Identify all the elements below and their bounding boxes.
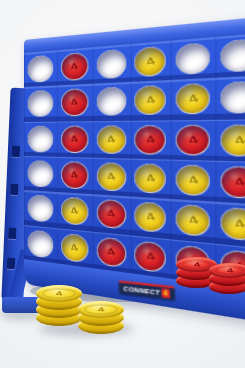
cell-r5c4: 4 [130,197,171,239]
yellow-disc: 4 [221,207,245,242]
yellow-disc: 4 [176,83,210,115]
cell-r1c5 [171,37,215,80]
cell-r2c3 [92,82,130,121]
red-disc: 4 [96,199,125,230]
cell-r3c5: 4 [171,119,215,160]
cell-r3c6: 4 [216,119,245,162]
cell-r1c1 [24,50,57,87]
tray-yellow: 44 [36,282,130,334]
empty-hole [28,229,54,258]
empty-hole [96,49,125,79]
cell-r3c3: 4 [92,120,130,158]
empty-hole [221,38,245,72]
cell-r1c3 [92,44,130,84]
cell-r4c4: 4 [130,159,171,200]
cell-r1c6 [216,33,245,78]
cell-r4c5: 4 [171,160,215,202]
yellow-chip: 4 [78,301,124,318]
red-disc: 4 [61,125,88,153]
yellow-disc: 4 [135,46,167,78]
cell-r2c5: 4 [171,78,215,120]
cell-r5c5: 4 [171,199,215,243]
cell-r4c6: 4 [216,161,245,205]
rail-notch-icon [12,146,20,157]
rail-notch-icon [8,228,16,239]
yellow-disc: 4 [176,204,210,237]
yellow-disc: 4 [96,125,125,154]
cell-r6c2: 4 [57,228,92,268]
empty-hole [176,42,210,75]
cell-r2c6 [216,76,245,120]
chip-stack-yellow-1: 4 [36,278,84,326]
cell-r4c2: 4 [57,157,92,195]
red-disc: 4 [61,89,88,117]
empty-hole [221,81,245,114]
empty-hole [28,126,54,153]
chip-stack-yellow-2: 4 [78,286,126,334]
yellow-disc: 4 [176,165,210,197]
red-disc: 4 [61,161,88,190]
yellow-disc: 4 [221,124,245,156]
red-disc: 4 [96,236,125,268]
yellow-disc: 4 [61,233,88,264]
cell-r4c1 [24,156,57,192]
yellow-disc: 4 [135,202,167,234]
red-disc: 4 [221,166,245,200]
yellow-disc: 4 [135,163,167,194]
empty-hole [28,195,54,223]
yellow-disc: 4 [61,197,88,227]
cell-r6c4: 4 [130,235,171,279]
red-disc: 4 [176,124,210,155]
cell-r3c2: 4 [57,121,92,158]
cell-r5c2: 4 [57,192,92,231]
red-disc: 4 [61,52,88,81]
cell-r2c4: 4 [130,80,171,120]
red-disc: 4 [135,125,167,155]
cell-r2c2: 4 [57,84,92,121]
tray-red: 44 [176,246,245,294]
cell-r6c1 [24,225,57,264]
red-chip: 4 [209,263,245,278]
yellow-chip: 4 [36,285,82,302]
empty-hole [28,160,54,188]
cell-r3c1 [24,121,57,157]
cell-r5c3: 4 [92,194,130,235]
chip-stack-red-2: 4 [209,246,245,294]
empty-hole [28,55,54,83]
empty-hole [96,87,125,116]
cell-r1c4: 4 [130,41,171,83]
logo-number: 4 [161,289,170,299]
yellow-disc: 4 [135,85,167,115]
cell-r6c3: 4 [92,231,130,273]
empty-hole [28,90,54,117]
scene: 4444444444444444444444444444 CONNECT 4 4… [0,0,245,368]
cell-r1c2: 4 [57,47,92,86]
rail-notch-icon [7,258,15,269]
cell-r4c3: 4 [92,158,130,197]
yellow-disc: 4 [96,162,125,192]
cell-r3c4: 4 [130,120,171,160]
cell-r5c1 [24,190,57,228]
cell-r2c1 [24,86,57,122]
red-disc: 4 [135,240,167,273]
rail-notch-icon [10,184,18,195]
